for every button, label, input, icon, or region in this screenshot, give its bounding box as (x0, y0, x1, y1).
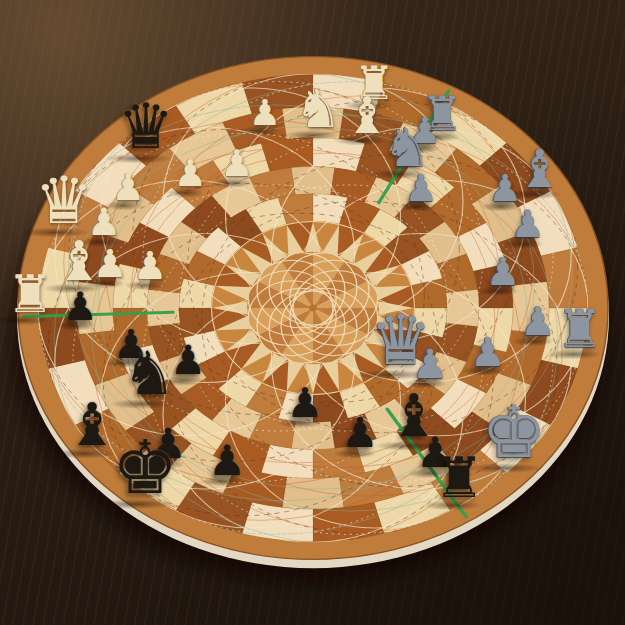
white-pawn[interactable]: ♟ (221, 146, 254, 183)
white-pawn[interactable]: ♟ (133, 247, 168, 286)
black-rook[interactable]: ♜ (434, 450, 484, 506)
black-knight[interactable]: ♞ (122, 344, 176, 404)
gray-rook[interactable]: ♜ (557, 303, 604, 355)
black-pawn[interactable]: ♟ (208, 440, 246, 482)
black-pawn[interactable]: ♟ (287, 383, 324, 424)
pieces-layer: ♞♜♝♟♟♟♟♛♟♟♝♟♜♛♟♟♟♞♝♟♚♟♟♟♝♟♜♜♟♞♟♟♝♟♟♟♜♟♛♟… (0, 0, 625, 625)
gray-king[interactable]: ♚ (481, 396, 546, 469)
black-bishop[interactable]: ♝ (66, 395, 119, 454)
gray-pawn[interactable]: ♟ (520, 302, 555, 342)
black-pawn[interactable]: ♟ (341, 412, 378, 454)
white-rook[interactable]: ♜ (7, 269, 53, 321)
gray-pawn[interactable]: ♟ (486, 253, 521, 292)
gray-bishop[interactable]: ♝ (517, 143, 564, 195)
white-pawn[interactable]: ♟ (249, 95, 281, 131)
black-queen[interactable]: ♛ (118, 96, 174, 159)
table-surface: ♞♜♝♟♟♟♟♛♟♟♝♟♜♛♟♟♟♞♝♟♚♟♟♟♝♟♜♜♟♞♟♟♝♟♟♟♜♟♛♟… (0, 0, 625, 625)
gray-pawn[interactable]: ♟ (470, 332, 506, 372)
white-queen[interactable]: ♛ (35, 168, 93, 233)
black-king[interactable]: ♚ (112, 431, 178, 505)
gray-pawn[interactable]: ♟ (404, 170, 437, 207)
white-knight[interactable]: ♞ (294, 83, 341, 136)
white-pawn[interactable]: ♟ (173, 156, 206, 193)
black-pawn[interactable]: ♟ (62, 287, 97, 326)
gray-pawn[interactable]: ♟ (511, 206, 545, 244)
gray-pawn[interactable]: ♟ (412, 344, 448, 384)
white-bishop[interactable]: ♝ (54, 234, 103, 289)
